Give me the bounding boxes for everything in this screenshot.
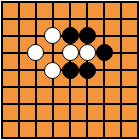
grid-line-vertical	[103, 3, 105, 137]
grid-line-horizontal	[3, 86, 137, 88]
grid-line-horizontal	[3, 103, 137, 105]
white-stone	[62, 44, 79, 61]
white-stone	[44, 62, 61, 79]
black-stone	[62, 27, 79, 44]
black-stone	[62, 62, 79, 79]
board-grid	[3, 3, 137, 137]
black-stone	[79, 27, 96, 44]
black-stone	[96, 44, 113, 61]
go-board[interactable]	[1, 1, 139, 139]
grid-line-vertical	[120, 3, 122, 137]
white-stone	[79, 44, 96, 61]
black-stone	[79, 62, 96, 79]
grid-line-horizontal	[3, 120, 137, 122]
white-stone	[27, 44, 44, 61]
white-stone	[44, 27, 61, 44]
go-diagram-screenshot	[0, 0, 140, 140]
